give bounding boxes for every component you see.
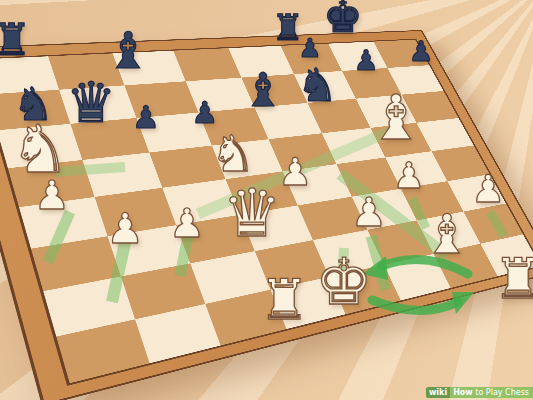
- piece-black-pawn-h7[interactable]: ♟: [408, 38, 433, 66]
- piece-white-queen-d2[interactable]: ♛: [222, 181, 281, 247]
- piece-white-knight-d4[interactable]: ♞: [211, 129, 256, 179]
- piece-white-pawn-f2[interactable]: ♟: [351, 192, 387, 232]
- piece-black-rook-a8[interactable]: ♜: [0, 18, 32, 62]
- wikihow-watermark: wiki How to Play Chess: [426, 387, 533, 398]
- piece-white-pawn-a3[interactable]: ♟: [34, 175, 70, 215]
- piece-white-rook-d1[interactable]: ♜: [259, 272, 309, 328]
- piece-white-pawn-b2[interactable]: ♟: [106, 208, 144, 250]
- piece-white-pawn-h3[interactable]: ♟: [471, 170, 505, 208]
- watermark-title: How to Play Chess: [450, 387, 533, 398]
- piece-black-knight-f6[interactable]: ♞: [296, 62, 337, 108]
- piece-white-pawn-e4[interactable]: ♟: [278, 153, 312, 191]
- piece-white-king-e1[interactable]: ♚: [315, 250, 372, 314]
- piece-black-king-g8[interactable]: ♚: [323, 0, 362, 39]
- piece-white-pawn-g3[interactable]: ♟: [393, 158, 425, 194]
- piece-black-pawn-d6[interactable]: ♟: [192, 98, 219, 128]
- piece-white-pawn-c2[interactable]: ♟: [169, 203, 205, 243]
- piece-white-bishop-g2[interactable]: ♝: [423, 208, 471, 262]
- wikihow-logo: wiki: [426, 387, 450, 398]
- piece-black-bishop-e6[interactable]: ♝: [242, 67, 283, 113]
- piece-black-queen-b6[interactable]: ♛: [66, 75, 116, 131]
- piece-black-bishop-c7[interactable]: ♝: [106, 26, 151, 76]
- piece-white-rook-h1[interactable]: ♜: [493, 251, 533, 307]
- piece-white-bishop-g5[interactable]: ♝: [368, 87, 424, 149]
- piece-black-pawn-g7[interactable]: ♟: [353, 47, 378, 75]
- piece-black-pawn-c6[interactable]: ♟: [132, 102, 160, 133]
- illustration-stage: wiki How to Play Chess ♜♝♛♞♟♟♝♞♜♚♟♟♟♞♟♟♟…: [0, 0, 533, 400]
